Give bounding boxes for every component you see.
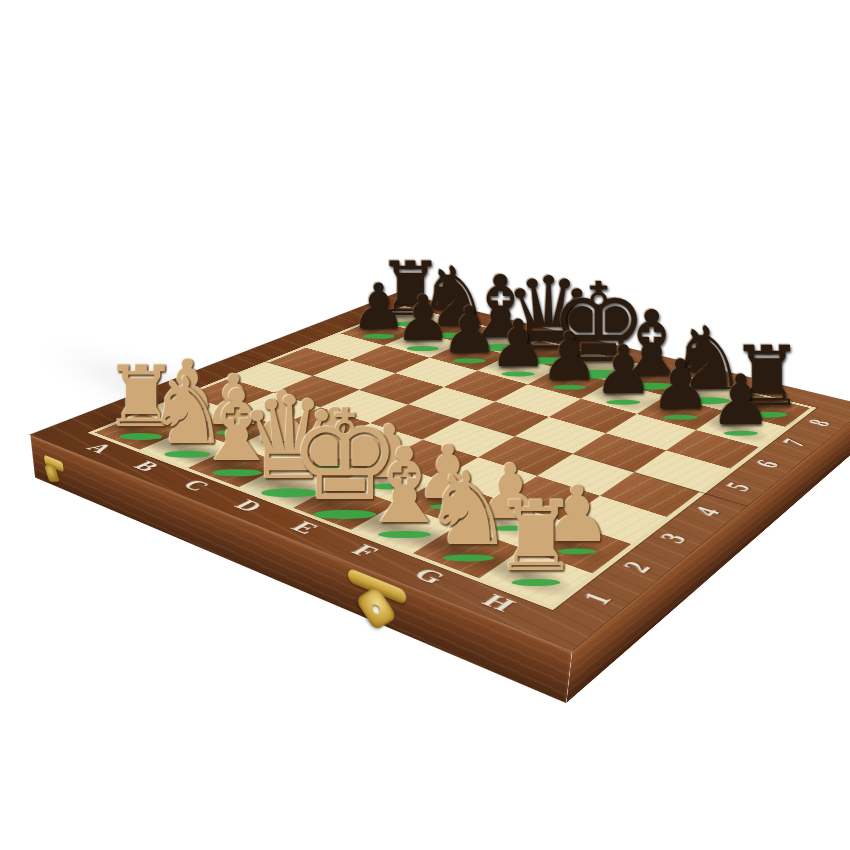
chess-board: ABCDEFGH12345678 xyxy=(30,293,850,650)
square-h1 xyxy=(479,549,592,606)
square-h3 xyxy=(563,496,667,544)
square-h5 xyxy=(634,450,730,491)
square-f2 xyxy=(397,480,499,526)
file-label-e: E xyxy=(285,518,325,537)
file-label-c: C xyxy=(176,477,216,494)
square-d2 xyxy=(286,443,383,483)
brass-clasp-left xyxy=(44,455,64,473)
square-e1 xyxy=(293,483,396,529)
square-b1 xyxy=(140,429,235,468)
square-f1 xyxy=(351,504,458,553)
rank-label-4: 4 xyxy=(687,504,728,520)
file-label-d: D xyxy=(228,497,269,516)
square-e4 xyxy=(423,420,515,457)
brass-clasp-left-drop xyxy=(44,465,59,482)
square-d3 xyxy=(329,423,422,461)
square-h6 xyxy=(666,430,758,469)
file-label-a: A xyxy=(81,440,119,455)
square-h2 xyxy=(523,521,631,573)
square-d1 xyxy=(239,464,340,507)
file-label-b: B xyxy=(127,458,165,474)
file-label-f: F xyxy=(345,541,384,561)
file-label-g: G xyxy=(407,564,452,587)
square-g3 xyxy=(499,476,600,521)
chess-set-photo: ABCDEFGH12345678 ♜♞♟♝♟♛♟♚♟♝♟♞♟♜♟♟♟♟♜♟♞♟♝… xyxy=(0,0,850,850)
rank-label-5: 5 xyxy=(719,480,758,495)
square-e3 xyxy=(383,440,479,480)
square-g5 xyxy=(573,433,666,472)
square-f3 xyxy=(439,457,537,499)
square-g1 xyxy=(413,525,523,578)
square-g2 xyxy=(458,500,563,549)
rank-label-6: 6 xyxy=(748,457,786,471)
square-e2 xyxy=(340,461,439,504)
rank-label-1: 1 xyxy=(575,588,620,608)
square-c2 xyxy=(235,426,329,464)
square-h4 xyxy=(600,472,700,517)
square-f4 xyxy=(478,436,573,476)
square-f5 xyxy=(515,417,606,454)
perspective-wrapper: ABCDEFGH12345678 xyxy=(160,120,760,720)
rank-label-7: 7 xyxy=(776,436,813,449)
rank-label-8: 8 xyxy=(802,417,838,429)
rank-label-2: 2 xyxy=(615,558,658,577)
square-g4 xyxy=(537,454,634,496)
rank-label-3: 3 xyxy=(653,530,695,547)
file-label-h: H xyxy=(476,590,522,615)
square-c1 xyxy=(188,446,286,487)
chess-case: ABCDEFGH12345678 xyxy=(30,293,850,650)
